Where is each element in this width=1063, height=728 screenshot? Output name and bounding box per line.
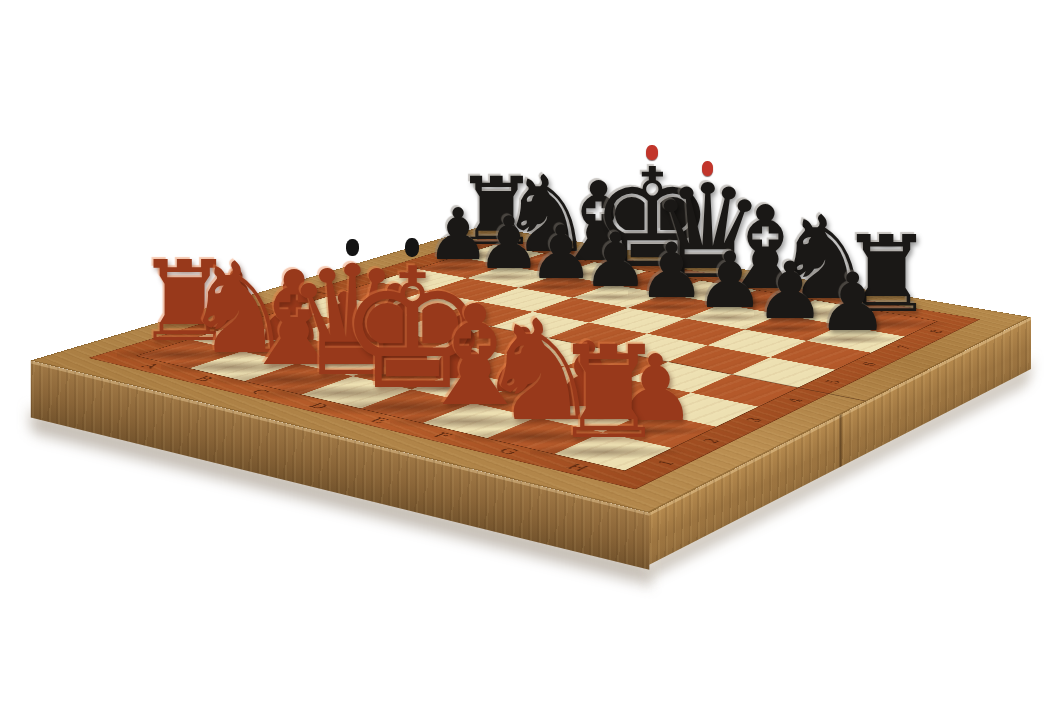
rook-glyph: ♜ <box>519 329 698 457</box>
rank-label-3: 3 <box>709 408 798 432</box>
chess-set-photo: ABCDEFGH 87654321 ♜♞♝♚♛♝♞♜♟♟♟♟♟♟♟♟♟♟♟♟♟♟… <box>0 0 1063 728</box>
piece-white-rook[interactable]: ♜ <box>519 325 698 453</box>
royal-finial <box>702 161 713 175</box>
fold-seam-side <box>840 414 843 467</box>
pawn-glyph: ♟ <box>796 262 908 342</box>
rank-label-5: 5 <box>790 371 875 393</box>
royal-finial <box>405 238 419 256</box>
rank-label-6: 6 <box>827 354 910 374</box>
piece-black-pawn[interactable]: ♟ <box>796 260 908 340</box>
